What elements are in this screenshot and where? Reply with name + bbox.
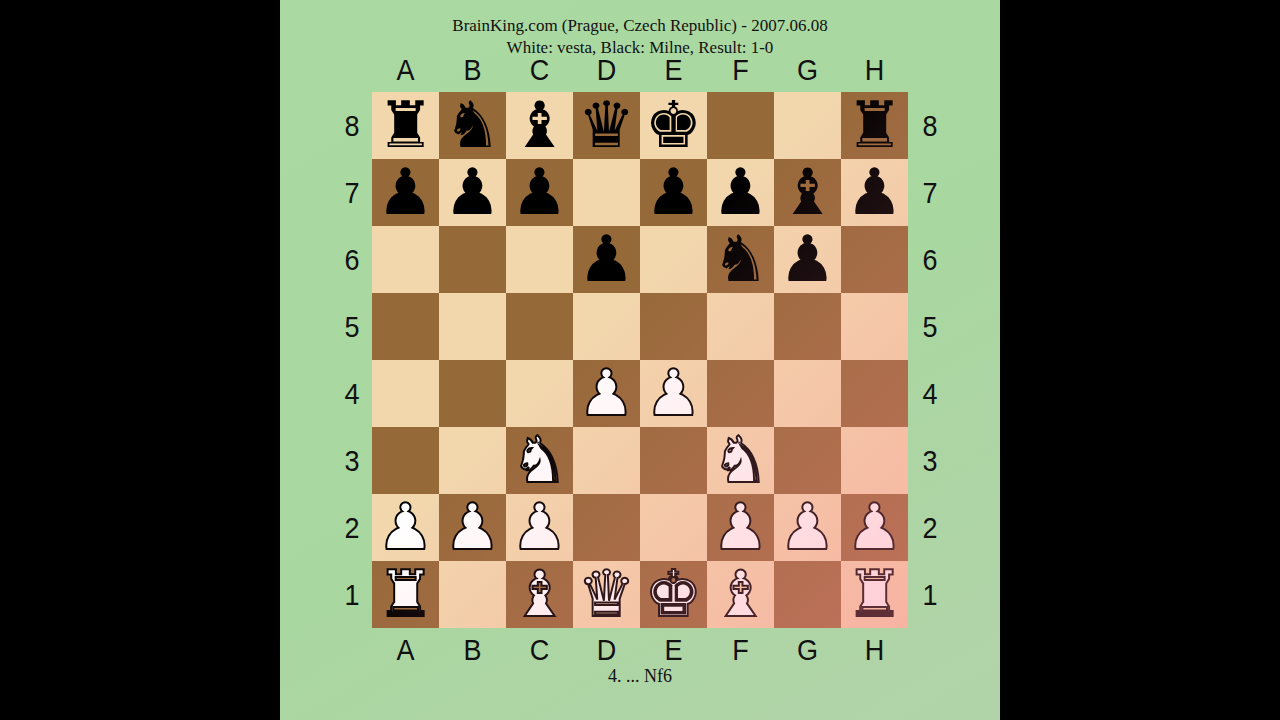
piece-white-rook: ♜ [377, 561, 434, 628]
square-h1: ♜ [841, 561, 908, 628]
square-a5 [372, 293, 439, 360]
square-e8: ♚ [640, 92, 707, 159]
square-h5 [841, 293, 908, 360]
square-e5 [640, 293, 707, 360]
square-a4 [372, 360, 439, 427]
piece-black-pawn: ♟ [444, 159, 501, 226]
file-labels-bottom: ABCDEFGH [372, 630, 908, 670]
move-caption: 4. ... Nf6 [280, 666, 1000, 687]
rank-label-left-2: 2 [338, 494, 367, 561]
piece-black-rook: ♜ [846, 92, 903, 159]
rank-label-left-7: 7 [338, 159, 367, 226]
square-f1: ♝ [707, 561, 774, 628]
piece-black-pawn: ♟ [712, 159, 769, 226]
file-label-top-f: F [710, 50, 770, 90]
square-d1: ♛ [573, 561, 640, 628]
file-label-top-d: D [576, 50, 636, 90]
square-g7: ♝ [774, 159, 841, 226]
square-b2: ♟ [439, 494, 506, 561]
square-b3 [439, 427, 506, 494]
square-f8 [707, 92, 774, 159]
rank-label-right-1: 1 [916, 561, 945, 628]
square-c5 [506, 293, 573, 360]
square-a7: ♟ [372, 159, 439, 226]
piece-black-bishop: ♝ [511, 92, 568, 159]
rank-label-right-6: 6 [916, 226, 945, 293]
piece-white-pawn: ♟ [779, 494, 836, 561]
piece-white-knight: ♞ [511, 427, 568, 494]
piece-black-rook: ♜ [377, 92, 434, 159]
piece-white-queen: ♛ [578, 561, 635, 628]
file-label-top-b: B [442, 50, 502, 90]
piece-white-pawn: ♟ [444, 494, 501, 561]
square-b8: ♞ [439, 92, 506, 159]
file-label-top-a: A [375, 50, 435, 90]
square-f3: ♞ [707, 427, 774, 494]
square-d8: ♛ [573, 92, 640, 159]
piece-white-knight: ♞ [712, 427, 769, 494]
square-e7: ♟ [640, 159, 707, 226]
rank-label-left-5: 5 [338, 293, 367, 360]
piece-white-pawn: ♟ [712, 494, 769, 561]
piece-black-pawn: ♟ [511, 159, 568, 226]
file-label-top-g: G [777, 50, 837, 90]
square-g1 [774, 561, 841, 628]
square-g2: ♟ [774, 494, 841, 561]
board: ♜♞♝♛♚♜♟♟♟♟♟♝♟♟♞♟♟♟♞♞♟♟♟♟♟♟♜♝♛♚♝♜ [372, 92, 908, 628]
square-c7: ♟ [506, 159, 573, 226]
piece-black-pawn: ♟ [578, 226, 635, 293]
file-label-bottom-b: B [442, 630, 502, 670]
square-b7: ♟ [439, 159, 506, 226]
file-label-bottom-f: F [710, 630, 770, 670]
square-d5 [573, 293, 640, 360]
square-d4: ♟ [573, 360, 640, 427]
square-g5 [774, 293, 841, 360]
piece-black-knight: ♞ [712, 226, 769, 293]
file-label-top-h: H [844, 50, 904, 90]
square-e6 [640, 226, 707, 293]
file-label-bottom-a: A [375, 630, 435, 670]
rank-label-left-4: 4 [338, 360, 367, 427]
square-h6 [841, 226, 908, 293]
square-c8: ♝ [506, 92, 573, 159]
piece-black-pawn: ♟ [846, 159, 903, 226]
square-e1: ♚ [640, 561, 707, 628]
rank-label-left-1: 1 [338, 561, 367, 628]
square-c1: ♝ [506, 561, 573, 628]
piece-white-pawn: ♟ [846, 494, 903, 561]
rank-label-right-8: 8 [916, 92, 945, 159]
square-f5 [707, 293, 774, 360]
rank-label-left-6: 6 [338, 226, 367, 293]
file-label-top-c: C [509, 50, 569, 90]
piece-black-knight: ♞ [444, 92, 501, 159]
square-c4 [506, 360, 573, 427]
file-label-bottom-d: D [576, 630, 636, 670]
square-a2: ♟ [372, 494, 439, 561]
square-b4 [439, 360, 506, 427]
square-b6 [439, 226, 506, 293]
file-label-bottom-e: E [643, 630, 703, 670]
piece-white-pawn: ♟ [578, 360, 635, 427]
square-b5 [439, 293, 506, 360]
piece-black-pawn: ♟ [779, 226, 836, 293]
rank-label-left-8: 8 [338, 92, 367, 159]
rank-label-right-4: 4 [916, 360, 945, 427]
file-label-bottom-g: G [777, 630, 837, 670]
square-f2: ♟ [707, 494, 774, 561]
piece-white-bishop: ♝ [712, 561, 769, 628]
square-e2 [640, 494, 707, 561]
rank-label-right-7: 7 [916, 159, 945, 226]
square-c2: ♟ [506, 494, 573, 561]
piece-white-bishop: ♝ [511, 561, 568, 628]
rank-labels-right: 87654321 [914, 92, 946, 628]
square-e3 [640, 427, 707, 494]
piece-black-pawn: ♟ [377, 159, 434, 226]
piece-black-bishop: ♝ [779, 159, 836, 226]
file-labels-top: ABCDEFGH [372, 50, 908, 90]
rank-label-right-3: 3 [916, 427, 945, 494]
file-label-bottom-c: C [509, 630, 569, 670]
piece-black-pawn: ♟ [645, 159, 702, 226]
square-b1 [439, 561, 506, 628]
piece-white-king: ♚ [645, 561, 702, 628]
video-frame: { "game": "chess", "header": { "title": … [0, 0, 1280, 720]
square-a6 [372, 226, 439, 293]
rank-label-right-2: 2 [916, 494, 945, 561]
square-h4 [841, 360, 908, 427]
piece-black-king: ♚ [645, 92, 702, 159]
piece-white-pawn: ♟ [377, 494, 434, 561]
file-label-bottom-h: H [844, 630, 904, 670]
square-a8: ♜ [372, 92, 439, 159]
square-f6: ♞ [707, 226, 774, 293]
piece-white-rook: ♜ [846, 561, 903, 628]
square-a3 [372, 427, 439, 494]
square-f4 [707, 360, 774, 427]
square-g4 [774, 360, 841, 427]
rank-label-right-5: 5 [916, 293, 945, 360]
piece-white-pawn: ♟ [645, 360, 702, 427]
file-label-top-e: E [643, 50, 703, 90]
square-a1: ♜ [372, 561, 439, 628]
square-g6: ♟ [774, 226, 841, 293]
header-title: BrainKing.com (Prague, Czech Republic) -… [280, 16, 1000, 36]
square-d2 [573, 494, 640, 561]
square-d3 [573, 427, 640, 494]
square-g3 [774, 427, 841, 494]
rank-label-left-3: 3 [338, 427, 367, 494]
piece-black-queen: ♛ [578, 92, 635, 159]
square-f7: ♟ [707, 159, 774, 226]
square-h2: ♟ [841, 494, 908, 561]
square-d7 [573, 159, 640, 226]
slide-background: BrainKing.com (Prague, Czech Republic) -… [280, 0, 1000, 720]
rank-labels-left: 87654321 [336, 92, 368, 628]
square-g8 [774, 92, 841, 159]
square-h8: ♜ [841, 92, 908, 159]
square-e4: ♟ [640, 360, 707, 427]
square-c6 [506, 226, 573, 293]
square-h7: ♟ [841, 159, 908, 226]
square-c3: ♞ [506, 427, 573, 494]
piece-white-pawn: ♟ [511, 494, 568, 561]
square-d6: ♟ [573, 226, 640, 293]
square-h3 [841, 427, 908, 494]
